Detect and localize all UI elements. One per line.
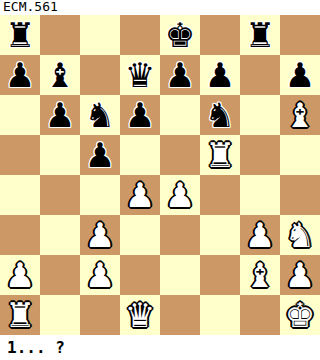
piece-white-rook[interactable]: ♜ bbox=[5, 295, 35, 335]
square-g8[interactable]: ♜ bbox=[240, 15, 280, 55]
square-c6[interactable]: ♞ bbox=[80, 95, 120, 135]
square-c1[interactable] bbox=[80, 295, 120, 335]
square-c2[interactable]: ♟ bbox=[80, 255, 120, 295]
piece-black-rook[interactable]: ♜ bbox=[5, 15, 35, 55]
square-b4[interactable] bbox=[40, 175, 80, 215]
title-bar: ECM.561 bbox=[0, 0, 320, 15]
piece-white-pawn[interactable]: ♟ bbox=[245, 215, 275, 255]
piece-black-pawn[interactable]: ♟ bbox=[285, 55, 315, 95]
chess-app-window: ECM.561 ♜♚♜♟♝♛♟♟♟♟♞♟♞♝♟♜♟♟♟♟♞♟♟♝♟♜♛♚ 1..… bbox=[0, 0, 320, 360]
square-h3[interactable]: ♞ bbox=[280, 215, 320, 255]
square-b5[interactable] bbox=[40, 135, 80, 175]
piece-white-pawn[interactable]: ♟ bbox=[285, 255, 315, 295]
square-b3[interactable] bbox=[40, 215, 80, 255]
square-c8[interactable] bbox=[80, 15, 120, 55]
square-e2[interactable] bbox=[160, 255, 200, 295]
square-h6[interactable]: ♝ bbox=[280, 95, 320, 135]
piece-white-rook[interactable]: ♜ bbox=[205, 135, 235, 175]
piece-black-queen[interactable]: ♛ bbox=[125, 55, 155, 95]
square-g6[interactable] bbox=[240, 95, 280, 135]
square-h4[interactable] bbox=[280, 175, 320, 215]
square-h7[interactable]: ♟ bbox=[280, 55, 320, 95]
square-f2[interactable] bbox=[200, 255, 240, 295]
square-a5[interactable] bbox=[0, 135, 40, 175]
square-f3[interactable] bbox=[200, 215, 240, 255]
square-c7[interactable] bbox=[80, 55, 120, 95]
square-f8[interactable] bbox=[200, 15, 240, 55]
piece-white-bishop[interactable]: ♝ bbox=[285, 95, 315, 135]
square-e1[interactable] bbox=[160, 295, 200, 335]
square-a8[interactable]: ♜ bbox=[0, 15, 40, 55]
piece-black-king[interactable]: ♚ bbox=[165, 15, 195, 55]
page-title: ECM.561 bbox=[3, 0, 58, 14]
square-a6[interactable] bbox=[0, 95, 40, 135]
piece-black-pawn[interactable]: ♟ bbox=[205, 55, 235, 95]
piece-white-pawn[interactable]: ♟ bbox=[5, 255, 35, 295]
piece-white-pawn[interactable]: ♟ bbox=[85, 255, 115, 295]
square-e4[interactable]: ♟ bbox=[160, 175, 200, 215]
piece-white-pawn[interactable]: ♟ bbox=[165, 175, 195, 215]
chess-board: ♜♚♜♟♝♛♟♟♟♟♞♟♞♝♟♜♟♟♟♟♞♟♟♝♟♜♛♚ bbox=[0, 15, 320, 335]
square-c5[interactable]: ♟ bbox=[80, 135, 120, 175]
piece-black-knight[interactable]: ♞ bbox=[205, 95, 235, 135]
square-f1[interactable] bbox=[200, 295, 240, 335]
square-a7[interactable]: ♟ bbox=[0, 55, 40, 95]
square-f6[interactable]: ♞ bbox=[200, 95, 240, 135]
square-b1[interactable] bbox=[40, 295, 80, 335]
square-a2[interactable]: ♟ bbox=[0, 255, 40, 295]
piece-black-pawn[interactable]: ♟ bbox=[165, 55, 195, 95]
piece-black-pawn[interactable]: ♟ bbox=[5, 55, 35, 95]
move-prompt: 1... ? bbox=[7, 338, 65, 357]
status-bar: 1... ? bbox=[0, 335, 320, 360]
piece-black-rook[interactable]: ♜ bbox=[245, 15, 275, 55]
square-g2[interactable]: ♝ bbox=[240, 255, 280, 295]
piece-white-queen[interactable]: ♛ bbox=[125, 295, 155, 335]
square-e7[interactable]: ♟ bbox=[160, 55, 200, 95]
square-b8[interactable] bbox=[40, 15, 80, 55]
square-b2[interactable] bbox=[40, 255, 80, 295]
square-d1[interactable]: ♛ bbox=[120, 295, 160, 335]
piece-white-king[interactable]: ♚ bbox=[285, 295, 315, 335]
square-g1[interactable] bbox=[240, 295, 280, 335]
square-e6[interactable] bbox=[160, 95, 200, 135]
square-d4[interactable]: ♟ bbox=[120, 175, 160, 215]
square-h5[interactable] bbox=[280, 135, 320, 175]
piece-white-knight[interactable]: ♞ bbox=[285, 215, 315, 255]
square-g5[interactable] bbox=[240, 135, 280, 175]
square-g4[interactable] bbox=[240, 175, 280, 215]
square-f7[interactable]: ♟ bbox=[200, 55, 240, 95]
square-h1[interactable]: ♚ bbox=[280, 295, 320, 335]
piece-black-pawn[interactable]: ♟ bbox=[85, 135, 115, 175]
square-a3[interactable] bbox=[0, 215, 40, 255]
square-e5[interactable] bbox=[160, 135, 200, 175]
square-c3[interactable]: ♟ bbox=[80, 215, 120, 255]
square-d2[interactable] bbox=[120, 255, 160, 295]
square-b6[interactable]: ♟ bbox=[40, 95, 80, 135]
piece-black-pawn[interactable]: ♟ bbox=[45, 95, 75, 135]
square-a1[interactable]: ♜ bbox=[0, 295, 40, 335]
square-e3[interactable] bbox=[160, 215, 200, 255]
square-b7[interactable]: ♝ bbox=[40, 55, 80, 95]
square-g3[interactable]: ♟ bbox=[240, 215, 280, 255]
piece-black-knight[interactable]: ♞ bbox=[85, 95, 115, 135]
square-e8[interactable]: ♚ bbox=[160, 15, 200, 55]
square-h2[interactable]: ♟ bbox=[280, 255, 320, 295]
square-d8[interactable] bbox=[120, 15, 160, 55]
square-a4[interactable] bbox=[0, 175, 40, 215]
square-d5[interactable] bbox=[120, 135, 160, 175]
square-c4[interactable] bbox=[80, 175, 120, 215]
square-d7[interactable]: ♛ bbox=[120, 55, 160, 95]
square-f4[interactable] bbox=[200, 175, 240, 215]
square-h8[interactable] bbox=[280, 15, 320, 55]
piece-black-bishop[interactable]: ♝ bbox=[45, 55, 75, 95]
piece-black-pawn[interactable]: ♟ bbox=[125, 95, 155, 135]
piece-white-bishop[interactable]: ♝ bbox=[245, 255, 275, 295]
piece-white-pawn[interactable]: ♟ bbox=[125, 175, 155, 215]
square-g7[interactable] bbox=[240, 55, 280, 95]
square-d3[interactable] bbox=[120, 215, 160, 255]
square-d6[interactable]: ♟ bbox=[120, 95, 160, 135]
square-f5[interactable]: ♜ bbox=[200, 135, 240, 175]
piece-white-pawn[interactable]: ♟ bbox=[85, 215, 115, 255]
